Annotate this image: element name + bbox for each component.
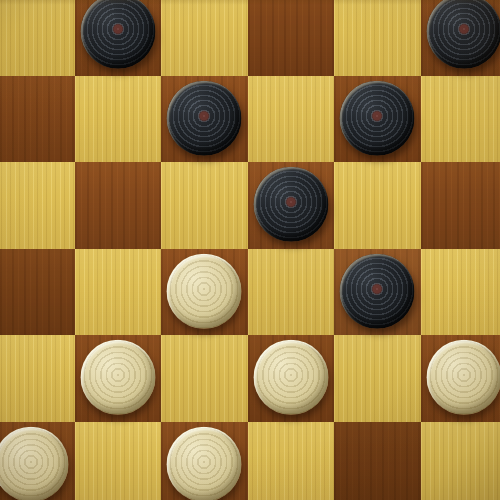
square-r4-c5[interactable] — [421, 335, 500, 422]
square-shade-overlay — [248, 422, 335, 500]
square-r3-c4[interactable] — [334, 249, 421, 336]
square-r3-c5[interactable] — [421, 249, 500, 336]
square-r5-c0[interactable] — [0, 422, 75, 500]
light-piece-r3-c2[interactable] — [167, 254, 242, 329]
square-shade-overlay — [334, 422, 421, 500]
square-r0-c3[interactable] — [248, 0, 335, 76]
board-grid — [0, 0, 500, 500]
square-r4-c3[interactable] — [248, 335, 335, 422]
square-r0-c0[interactable] — [0, 0, 75, 76]
square-r0-c4[interactable] — [334, 0, 421, 76]
square-shade-overlay — [0, 76, 75, 163]
square-shade-overlay — [161, 0, 248, 76]
square-shade-overlay — [0, 249, 75, 336]
square-r0-c5[interactable] — [421, 0, 500, 76]
square-r1-c5[interactable] — [421, 76, 500, 163]
square-r0-c1[interactable] — [75, 0, 162, 76]
square-shade-overlay — [248, 76, 335, 163]
square-r2-c2[interactable] — [161, 162, 248, 249]
square-r1-c4[interactable] — [334, 76, 421, 163]
square-r1-c2[interactable] — [161, 76, 248, 163]
light-piece-r4-c1[interactable] — [80, 340, 155, 415]
square-r3-c3[interactable] — [248, 249, 335, 336]
dark-piece-r0-c1[interactable] — [80, 0, 155, 69]
square-shade-overlay — [334, 335, 421, 422]
square-shade-overlay — [248, 0, 335, 76]
square-r2-c1[interactable] — [75, 162, 162, 249]
square-r2-c5[interactable] — [421, 162, 500, 249]
light-piece-r5-c2[interactable] — [167, 427, 242, 500]
square-shade-overlay — [161, 335, 248, 422]
square-r2-c0[interactable] — [0, 162, 75, 249]
square-shade-overlay — [248, 249, 335, 336]
square-r2-c3[interactable] — [248, 162, 335, 249]
light-piece-r4-c5[interactable] — [426, 340, 500, 415]
square-r4-c2[interactable] — [161, 335, 248, 422]
square-r4-c4[interactable] — [334, 335, 421, 422]
dark-piece-r1-c2[interactable] — [167, 81, 242, 156]
square-r2-c4[interactable] — [334, 162, 421, 249]
dark-piece-r0-c5[interactable] — [426, 0, 500, 69]
square-shade-overlay — [421, 162, 500, 249]
dark-piece-r1-c4[interactable] — [340, 81, 415, 156]
square-r1-c1[interactable] — [75, 76, 162, 163]
checkers-board-view — [0, 0, 500, 500]
light-piece-r5-c0[interactable] — [0, 427, 69, 500]
dark-piece-r3-c4[interactable] — [340, 254, 415, 329]
dark-piece-r2-c3[interactable] — [253, 167, 328, 242]
square-r5-c5[interactable] — [421, 422, 500, 500]
square-r5-c3[interactable] — [248, 422, 335, 500]
light-piece-r4-c3[interactable] — [253, 340, 328, 415]
square-r4-c0[interactable] — [0, 335, 75, 422]
square-r5-c2[interactable] — [161, 422, 248, 500]
square-r1-c3[interactable] — [248, 76, 335, 163]
square-r0-c2[interactable] — [161, 0, 248, 76]
square-shade-overlay — [421, 422, 500, 500]
square-r1-c0[interactable] — [0, 76, 75, 163]
square-r3-c2[interactable] — [161, 249, 248, 336]
square-r4-c1[interactable] — [75, 335, 162, 422]
square-r3-c0[interactable] — [0, 249, 75, 336]
square-r3-c1[interactable] — [75, 249, 162, 336]
square-r5-c4[interactable] — [334, 422, 421, 500]
square-r5-c1[interactable] — [75, 422, 162, 500]
